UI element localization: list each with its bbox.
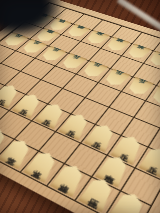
piece-kanji: 金将 bbox=[37, 163, 46, 167]
background-dark-object bbox=[0, 0, 62, 38]
piece-kanji: 歩兵 bbox=[47, 113, 55, 116]
piece-kanji: 飛車 bbox=[108, 167, 118, 171]
piece-kanji: 歩兵 bbox=[123, 146, 132, 150]
piece-kanji: 歩兵 bbox=[71, 123, 79, 127]
piece-kanji: 桂馬 bbox=[93, 190, 103, 195]
shogi-photo: 香車桂馬銀将金将玉将金将銀将桂馬香車飛車角行歩兵歩兵歩兵歩兵歩兵歩兵歩兵歩兵歩兵… bbox=[0, 0, 160, 213]
piece-kanji: 香車 bbox=[123, 206, 133, 211]
piece-kanji: 歩兵 bbox=[24, 103, 31, 106]
piece-kanji: 王将 bbox=[12, 150, 20, 154]
piece-kanji: 歩兵 bbox=[2, 93, 9, 96]
piece-kanji: 銀将 bbox=[64, 176, 73, 181]
piece-kanji: 歩兵 bbox=[96, 134, 105, 138]
piece-kanji: 歩兵 bbox=[151, 159, 160, 163]
